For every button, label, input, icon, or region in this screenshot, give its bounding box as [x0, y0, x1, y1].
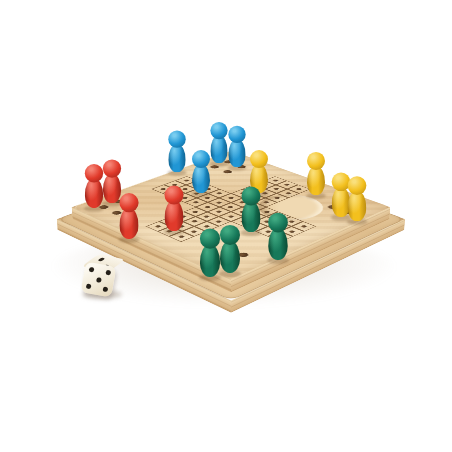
peg-head [168, 130, 185, 147]
peg-red[interactable] [118, 193, 141, 241]
peg-body [242, 202, 261, 232]
peg-head [250, 150, 268, 168]
peg-head [103, 159, 121, 177]
die-pip [96, 277, 102, 283]
peg-body [228, 140, 245, 168]
peg-head [242, 187, 261, 206]
peg-blue[interactable] [167, 130, 188, 174]
peg-body [85, 179, 103, 208]
peg-head [119, 193, 138, 212]
peg-head [200, 229, 220, 249]
peg-red[interactable] [83, 164, 105, 210]
peg-body [200, 245, 220, 277]
peg-blue[interactable] [227, 126, 248, 169]
peg-body [119, 208, 138, 239]
peg-body [210, 136, 227, 164]
peg-blue[interactable] [190, 150, 212, 195]
peg-head [228, 126, 245, 143]
pegs-layer [0, 0, 452, 452]
peg-body [165, 201, 184, 231]
die-pip [89, 267, 95, 273]
peg-green[interactable] [266, 213, 290, 262]
peg-body [192, 164, 210, 193]
peg-head [85, 164, 103, 182]
peg-body [307, 166, 325, 195]
peg-head [348, 176, 367, 195]
peg-body [268, 228, 288, 260]
peg-head [268, 213, 288, 233]
peg-head [192, 150, 210, 168]
peg-body [168, 144, 185, 172]
die-pip [105, 270, 111, 276]
peg-green[interactable] [198, 229, 222, 279]
peg-yellow[interactable] [305, 152, 327, 197]
peg-body [348, 191, 367, 221]
peg-body [220, 241, 240, 273]
die-front-face [81, 262, 117, 298]
peg-head [220, 225, 240, 245]
die-pip [97, 258, 105, 262]
peg-green[interactable] [240, 187, 263, 234]
peg-head [210, 122, 227, 139]
peg-red[interactable] [163, 186, 186, 233]
die[interactable] [82, 254, 126, 300]
die-pip [86, 283, 92, 289]
peg-yellow[interactable] [346, 176, 368, 223]
ludo-product-photo [0, 0, 452, 452]
peg-head [165, 186, 184, 205]
die-pip [102, 286, 108, 292]
peg-head [307, 152, 325, 170]
